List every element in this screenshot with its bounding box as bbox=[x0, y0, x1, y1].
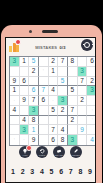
cell-r4c8[interactable] bbox=[78, 86, 88, 96]
cell-r2c8[interactable]: 3 bbox=[78, 67, 88, 77]
number-pad: 123456789 bbox=[11, 168, 92, 175]
cell-r1c5[interactable]: 2 bbox=[49, 57, 59, 67]
cell-r7c1[interactable] bbox=[10, 116, 20, 126]
cell-r8c9[interactable] bbox=[87, 125, 96, 135]
pencil-marks: : bbox=[92, 118, 93, 122]
cell-r1c2[interactable]: 1 bbox=[20, 57, 30, 67]
cell-r3c8[interactable]: 7 bbox=[78, 77, 88, 87]
cell-r5c1[interactable]: . bbox=[10, 96, 20, 106]
cell-r5c6[interactable]: 3 bbox=[58, 96, 68, 106]
cell-r1c8[interactable] bbox=[78, 57, 88, 67]
notes-button[interactable]: NOTES bbox=[70, 146, 82, 158]
cell-r8c7[interactable] bbox=[68, 125, 78, 135]
cell-r7c5[interactable] bbox=[49, 116, 59, 126]
cell-r8c3[interactable]: 1 bbox=[29, 125, 39, 135]
cell-r3c6[interactable]: 5 bbox=[58, 77, 68, 87]
cell-r6c2[interactable] bbox=[20, 106, 30, 116]
cell-r8c5[interactable]: 7 bbox=[49, 125, 59, 135]
pencil-marks: : bbox=[43, 69, 44, 73]
cell-r2c7[interactable] bbox=[68, 67, 78, 77]
pencil-icon bbox=[73, 148, 79, 154]
cell-r5c3[interactable]: 7 bbox=[29, 96, 39, 106]
cell-r2c9[interactable] bbox=[87, 67, 96, 77]
cell-r6c1[interactable]: 4 bbox=[10, 106, 20, 116]
settings-button[interactable] bbox=[81, 39, 93, 51]
cell-r4c3[interactable]: 6 bbox=[29, 86, 39, 96]
cell-r9c4[interactable] bbox=[39, 135, 49, 145]
cell-r9c6[interactable]: 8 bbox=[58, 135, 68, 145]
notes-label: NOTES bbox=[72, 154, 79, 156]
mistakes-value: 0/3 bbox=[60, 45, 66, 50]
header: MISTAKES 0/3 bbox=[6, 38, 95, 55]
cell-r7c8[interactable] bbox=[78, 116, 88, 126]
cell-r5c9[interactable] bbox=[87, 96, 96, 106]
cell-r3c1[interactable]: 9 bbox=[10, 77, 20, 87]
cell-r8c8[interactable]: 9 bbox=[78, 125, 88, 135]
cell-r6c8[interactable] bbox=[78, 106, 88, 116]
cell-r3c4[interactable] bbox=[39, 77, 49, 87]
cell-r6c3[interactable]: 3 bbox=[29, 106, 39, 116]
hint-badge bbox=[26, 145, 32, 151]
cell-r7c2[interactable]: 4 bbox=[20, 116, 30, 126]
numpad-key-1[interactable]: 1 bbox=[11, 168, 15, 175]
cell-r4c7[interactable]: 5 bbox=[68, 86, 78, 96]
numpad-key-8[interactable]: 8 bbox=[78, 168, 82, 175]
cell-r4c5[interactable]: 4 bbox=[49, 86, 59, 96]
cell-r6c7[interactable]: 7 bbox=[68, 106, 78, 116]
undo-label: UNDO bbox=[39, 154, 45, 156]
cell-r1c3[interactable]: 5 bbox=[29, 57, 39, 67]
eraser-icon bbox=[56, 148, 62, 154]
app-screen: MISTAKES 0/3 31527862:1396572167453.976.… bbox=[5, 37, 96, 183]
cell-r8c4[interactable] bbox=[39, 125, 49, 135]
cell-r3c7[interactable] bbox=[68, 77, 78, 87]
cell-r2c5[interactable]: 1 bbox=[49, 67, 59, 77]
cell-r9c2[interactable]: . bbox=[20, 135, 30, 145]
numpad-key-7[interactable]: 7 bbox=[69, 168, 73, 175]
cell-r6c4[interactable] bbox=[39, 106, 49, 116]
pencil-marks: . bbox=[53, 99, 54, 103]
cell-r6c9[interactable]: : bbox=[87, 106, 96, 116]
cell-r5c7[interactable] bbox=[68, 96, 78, 106]
cell-r5c5[interactable]: . bbox=[49, 96, 59, 106]
numpad-key-6[interactable]: 6 bbox=[59, 168, 63, 175]
cell-r4c4[interactable]: 7 bbox=[39, 86, 49, 96]
cell-r8c2[interactable]: 3 bbox=[20, 125, 30, 135]
erase-label: ERASE bbox=[55, 154, 62, 156]
cell-r7c4[interactable] bbox=[39, 116, 49, 126]
numpad-key-3[interactable]: 3 bbox=[30, 168, 34, 175]
cell-r2c4[interactable]: : bbox=[39, 67, 49, 77]
speaker-slot bbox=[42, 30, 58, 33]
numpad-key-9[interactable]: 9 bbox=[88, 168, 92, 175]
cell-r3c2[interactable]: 6 bbox=[20, 77, 30, 87]
cell-r9c1[interactable]: : bbox=[10, 135, 20, 145]
numpad-key-4[interactable]: 4 bbox=[40, 168, 44, 175]
cell-r6c5[interactable]: 5 bbox=[49, 106, 59, 116]
cell-r5c4[interactable]: 6 bbox=[39, 96, 49, 106]
hint-label: HINT bbox=[22, 154, 27, 156]
numpad-key-2[interactable]: 2 bbox=[21, 168, 25, 175]
cell-r7c9[interactable]: : bbox=[87, 116, 96, 126]
cell-r4c6[interactable] bbox=[58, 86, 68, 96]
cell-r9c3[interactable]: 9 bbox=[29, 135, 39, 145]
cell-r7c3[interactable]: 8 bbox=[29, 116, 39, 126]
cell-r5c2[interactable]: 9 bbox=[20, 96, 30, 106]
cell-r9c8[interactable] bbox=[78, 135, 88, 145]
toolbar: HINT UNDO ERASE NOTES bbox=[6, 146, 95, 158]
cell-r1c4[interactable] bbox=[39, 57, 49, 67]
cell-r7c6[interactable] bbox=[58, 116, 68, 126]
cell-r2c1[interactable] bbox=[10, 67, 20, 77]
hint-button[interactable]: HINT bbox=[19, 146, 31, 158]
cell-r9c9[interactable]: 4 bbox=[87, 135, 96, 145]
sudoku-board: 31527862:1396572167453.976.3243527:482:3… bbox=[9, 56, 96, 146]
pencil-marks: . bbox=[14, 99, 15, 103]
pencil-marks: : bbox=[14, 138, 15, 142]
cell-r2c2[interactable] bbox=[20, 67, 30, 77]
numpad-key-5[interactable]: 5 bbox=[50, 168, 54, 175]
phone-frame: MISTAKES 0/3 31527862:1396572167453.976.… bbox=[1, 25, 102, 183]
cell-r3c5[interactable] bbox=[49, 77, 59, 87]
cell-r4c9[interactable]: 3 bbox=[87, 86, 96, 96]
cell-r8c1[interactable] bbox=[10, 125, 20, 135]
cell-r2c3[interactable]: 2 bbox=[29, 67, 39, 77]
cell-r2c6[interactable] bbox=[58, 67, 68, 77]
cell-r9c5[interactable]: 6 bbox=[49, 135, 59, 145]
pencil-marks: . bbox=[24, 138, 25, 142]
erase-button[interactable]: ERASE bbox=[53, 146, 65, 158]
cell-r1c1[interactable]: 3 bbox=[10, 57, 20, 67]
cell-r1c9[interactable]: 6 bbox=[87, 57, 96, 67]
cell-r8c6[interactable]: 4 bbox=[58, 125, 68, 135]
pencil-marks: : bbox=[92, 109, 93, 113]
cell-r7c7[interactable]: 2 bbox=[68, 116, 78, 126]
cell-r6c6[interactable]: 2 bbox=[58, 106, 68, 116]
cell-r1c6[interactable]: 7 bbox=[58, 57, 68, 67]
cell-r5c8[interactable]: 2 bbox=[78, 96, 88, 106]
undo-arrow-icon bbox=[39, 148, 45, 154]
cell-r3c9[interactable]: 2 bbox=[87, 77, 96, 87]
cell-r4c2[interactable] bbox=[20, 86, 30, 96]
cell-r1c7[interactable]: 8 bbox=[68, 57, 78, 67]
cell-r4c1[interactable]: 1 bbox=[10, 86, 20, 96]
cell-r9c7[interactable]: 3 bbox=[68, 135, 78, 145]
undo-button[interactable]: UNDO bbox=[36, 146, 48, 158]
camera-dot bbox=[29, 30, 32, 33]
mistakes-label: MISTAKES bbox=[35, 45, 57, 50]
gear-icon bbox=[84, 42, 90, 48]
cell-r3c3[interactable] bbox=[29, 77, 39, 87]
